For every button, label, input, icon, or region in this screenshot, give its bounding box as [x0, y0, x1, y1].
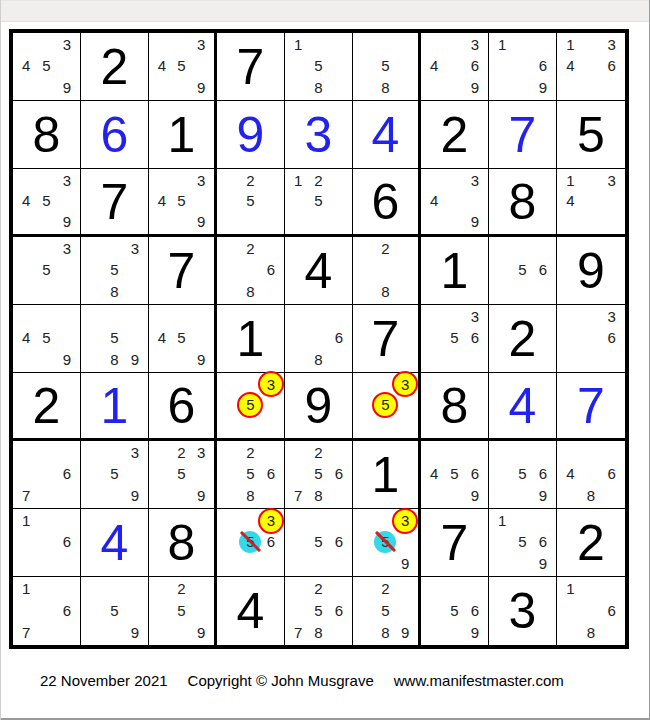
candidate-slot-2: [444, 34, 464, 55]
candidate-slot-7: [16, 553, 36, 574]
candidate-8: 8: [381, 625, 389, 640]
candidate-slot-9: 9: [125, 485, 145, 506]
candidate-5: 5: [110, 603, 118, 618]
candidate-slot-3: [57, 442, 77, 463]
candidate-1: 1: [566, 581, 574, 596]
candidate-slot-3: [329, 442, 349, 463]
candidate-slot-9: [601, 77, 622, 98]
candidate-slot-6: 6: [329, 600, 349, 622]
candidate-slot-6: [57, 259, 77, 280]
candidate-slot-6: 6: [465, 463, 485, 484]
candidate-slot-8: 8: [376, 77, 396, 98]
candidate-slot-1: 1: [288, 34, 308, 55]
candidate-slot-4: 4: [152, 327, 172, 348]
candidate-3: 3: [267, 377, 275, 392]
candidate-9: 9: [197, 214, 205, 229]
candidate-9: 9: [471, 625, 479, 640]
cell-r1c8[interactable]: 169: [489, 33, 557, 101]
candidate-slot-6: 6: [465, 327, 485, 348]
given-digit: 5: [557, 101, 625, 168]
candidate-slot-7: [16, 281, 36, 302]
candidate-6: 6: [607, 603, 615, 618]
cell-r1c4[interactable]: 7: [217, 33, 285, 101]
candidate-3: 3: [63, 173, 71, 188]
candidate-slot-2: [512, 510, 532, 531]
candidate-slot-8: [36, 349, 56, 370]
solved-digit: 1: [81, 373, 148, 438]
candidate-slot-1: [424, 34, 444, 55]
candidate-slot-8: [36, 621, 56, 643]
candidate-slot-3: [465, 578, 485, 600]
cell-r4c3[interactable]: 7: [149, 237, 217, 305]
candidate-1: 1: [498, 513, 506, 528]
candidate-slot-4: 4: [424, 463, 444, 484]
candidate-slot-7: [492, 553, 512, 574]
candidate-slot-5: [444, 55, 464, 76]
cell-r8c1[interactable]: 16: [13, 509, 81, 577]
candidate-8: 8: [381, 284, 389, 299]
cell-r6c4[interactable]: 35: [217, 373, 285, 441]
cell-r6c8[interactable]: 4: [489, 373, 557, 441]
cell-r6c5[interactable]: 9: [285, 373, 353, 441]
candidate-slot-7: [220, 415, 240, 436]
candidate-slot-9: [329, 211, 349, 232]
cell-r5c1[interactable]: 459: [13, 305, 81, 373]
candidate-slot-1: [356, 34, 376, 55]
cell-r3c9[interactable]: 134: [557, 169, 625, 237]
cell-r8c8[interactable]: 1569: [489, 509, 557, 577]
cell-r9c9[interactable]: 168: [557, 577, 625, 645]
candidate-slot-8: 8: [104, 281, 124, 302]
cell-r4c4[interactable]: 268: [217, 237, 285, 305]
cell-r9c7[interactable]: 569: [421, 577, 489, 645]
cell-r2c3[interactable]: 1: [149, 101, 217, 169]
candidate-slot-7: [560, 485, 581, 506]
candidate-slot-1: [84, 306, 104, 327]
candidate-2: 2: [246, 241, 254, 256]
candidate-grid: 349: [424, 170, 485, 232]
candidate-slot-4: [288, 191, 308, 212]
candidate-slot-4: 4: [424, 191, 444, 212]
candidate-slot-4: [560, 327, 581, 348]
cell-r2c9[interactable]: 5: [557, 101, 625, 169]
cell-r8c6[interactable]: 359: [353, 509, 421, 577]
candidate-2: 2: [314, 173, 322, 188]
candidate-slot-8: [172, 621, 192, 643]
candidate-9: 9: [471, 488, 479, 503]
candidate-8: 8: [314, 80, 322, 95]
candidate-slot-6: [395, 55, 415, 76]
candidate-slot-2: [104, 578, 124, 600]
candidate-slot-8: [172, 77, 192, 98]
candidate-slot-7: [220, 485, 240, 506]
candidate-slot-1: [152, 578, 172, 600]
candidate-slot-8: [36, 281, 56, 302]
candidate-slot-5: 5: [376, 395, 396, 416]
given-digit: 1: [217, 305, 284, 372]
candidate-6: 6: [267, 534, 275, 549]
cell-r3c1[interactable]: 3459: [13, 169, 81, 237]
candidate-slot-7: [560, 77, 581, 98]
candidate-slot-4: [288, 600, 308, 622]
cell-r4c9[interactable]: 9: [557, 237, 625, 305]
cell-r1c2[interactable]: 2: [81, 33, 149, 101]
candidate-slot-2: [308, 510, 328, 531]
cell-r6c7[interactable]: 8: [421, 373, 489, 441]
candidate-slot-4: 4: [16, 191, 36, 212]
candidate-slot-9: [601, 349, 622, 370]
cell-r8c3[interactable]: 8: [149, 509, 217, 577]
given-digit: 8: [13, 101, 80, 168]
given-digit: 9: [557, 237, 625, 304]
candidate-slot-8: [581, 211, 602, 232]
candidate-6: 6: [471, 330, 479, 345]
given-digit: 2: [421, 101, 488, 168]
given-digit: 4: [285, 237, 352, 304]
cell-r2c4[interactable]: 9: [217, 101, 285, 169]
candidate-3: 3: [131, 241, 139, 256]
given-digit: 8: [489, 169, 556, 234]
candidate-8: 8: [246, 284, 254, 299]
candidate-slot-1: [220, 374, 240, 395]
candidate-slot-2: [104, 306, 124, 327]
cell-r2c8[interactable]: 7: [489, 101, 557, 169]
candidate-slot-1: [560, 442, 581, 463]
cell-r8c2[interactable]: 4: [81, 509, 149, 577]
candidate-slot-3: [329, 578, 349, 600]
candidate-9: 9: [63, 352, 71, 367]
solved-digit: 7: [557, 373, 625, 438]
candidate-grid: 1346: [560, 34, 622, 98]
candidate-slot-7: [84, 485, 104, 506]
candidate-5: 5: [42, 330, 50, 345]
solved-digit: 4: [489, 373, 556, 438]
candidate-9: 9: [197, 80, 205, 95]
given-digit: 7: [421, 509, 488, 576]
candidate-grid: 2589: [356, 578, 415, 643]
candidate-8: 8: [381, 80, 389, 95]
candidate-grid: 36: [560, 306, 622, 370]
cell-r6c1[interactable]: 2: [13, 373, 81, 441]
candidate-grid: 169: [492, 34, 553, 98]
candidate-slot-9: [57, 553, 77, 574]
candidate-slot-6: [601, 191, 622, 212]
candidate-slot-3: [465, 442, 485, 463]
candidate-6: 6: [335, 603, 343, 618]
cell-r9c4[interactable]: 4: [217, 577, 285, 645]
cell-r3c2[interactable]: 7: [81, 169, 149, 237]
cell-r7c9[interactable]: 468: [557, 441, 625, 509]
candidate-slot-5: 5: [240, 531, 260, 552]
candidate-slot-6: [125, 327, 145, 348]
candidate-slot-2: 2: [308, 578, 328, 600]
given-digit: 2: [81, 33, 148, 100]
cell-r7c7[interactable]: 4569: [421, 441, 489, 509]
candidate-slot-7: [424, 349, 444, 370]
candidate-grid: 67: [16, 442, 77, 506]
candidate-2: 2: [314, 581, 322, 596]
candidate-8: 8: [246, 488, 254, 503]
candidate-slot-7: [492, 485, 512, 506]
cell-r9c6[interactable]: 2589: [353, 577, 421, 645]
candidate-5: 5: [450, 330, 458, 345]
candidate-slot-5: 5: [512, 463, 532, 484]
candidate-grid: 1569: [492, 510, 553, 574]
cell-r1c5[interactable]: 158: [285, 33, 353, 101]
candidate-slot-9: [261, 211, 281, 232]
candidate-slot-8: [172, 485, 192, 506]
candidate-5: 5: [246, 397, 254, 412]
candidate-1: 1: [22, 581, 30, 596]
candidate-slot-9: 9: [533, 485, 553, 506]
cell-r4c6[interactable]: 28: [353, 237, 421, 305]
cell-r5c3[interactable]: 459: [149, 305, 217, 373]
candidate-6: 6: [471, 466, 479, 481]
candidate-slot-7: [356, 553, 376, 574]
cell-r7c6[interactable]: 1: [353, 441, 421, 509]
candidate-4: 4: [158, 193, 166, 208]
candidate-slot-9: 9: [57, 77, 77, 98]
candidate-9: 9: [471, 80, 479, 95]
cell-r2c6[interactable]: 4: [353, 101, 421, 169]
cell-r5c8[interactable]: 2: [489, 305, 557, 373]
candidate-slot-6: 6: [329, 463, 349, 484]
cell-r7c4[interactable]: 2568: [217, 441, 285, 509]
cell-r7c8[interactable]: 569: [489, 441, 557, 509]
candidate-slot-3: [261, 238, 281, 259]
cell-r1c1[interactable]: 3459: [13, 33, 81, 101]
candidate-slot-5: 5: [240, 191, 260, 212]
candidate-3: 3: [471, 309, 479, 324]
candidate-3: 3: [63, 241, 71, 256]
cell-r8c5[interactable]: 56: [285, 509, 353, 577]
candidate-slot-2: [444, 442, 464, 463]
candidate-slot-3: [191, 306, 211, 327]
candidate-slot-9: 9: [395, 621, 415, 643]
candidate-slot-3: [57, 578, 77, 600]
candidate-slot-8: 8: [240, 485, 260, 506]
cell-r2c7[interactable]: 2: [421, 101, 489, 169]
candidate-slot-8: [104, 621, 124, 643]
candidate-slot-1: [220, 442, 240, 463]
candidate-slot-5: 5: [104, 259, 124, 280]
candidate-slot-5: 5: [444, 463, 464, 484]
cell-r6c2[interactable]: 1: [81, 373, 149, 441]
cell-r5c6[interactable]: 7: [353, 305, 421, 373]
candidate-slot-7: [424, 77, 444, 98]
candidate-slot-9: 9: [465, 621, 485, 643]
cell-r2c5[interactable]: 3: [285, 101, 353, 169]
candidate-slot-7: [84, 621, 104, 643]
cell-r7c1[interactable]: 67: [13, 441, 81, 509]
cell-r3c8[interactable]: 8: [489, 169, 557, 237]
given-digit: 7: [217, 33, 284, 100]
candidate-5: 5: [110, 466, 118, 481]
candidate-slot-4: 4: [560, 191, 581, 212]
candidate-5: 5: [177, 58, 185, 73]
cell-r1c7[interactable]: 3469: [421, 33, 489, 101]
candidate-3: 3: [607, 173, 615, 188]
candidate-slot-4: [16, 600, 36, 622]
candidate-slot-6: 6: [601, 55, 622, 76]
candidate-9: 9: [63, 214, 71, 229]
candidate-slot-3: 3: [465, 34, 485, 55]
candidate-slot-2: [376, 34, 396, 55]
candidate-slot-2: [444, 306, 464, 327]
cyan-circle-elimination: 5: [239, 531, 261, 553]
candidate-6: 6: [607, 330, 615, 345]
given-digit: 7: [353, 305, 418, 372]
candidate-slot-5: 5: [512, 531, 532, 552]
candidate-slot-2: [36, 34, 56, 55]
cell-r3c4[interactable]: 25: [217, 169, 285, 237]
sudoku-grid: 3459234597158583469169134686193427534597…: [9, 29, 629, 649]
candidate-slot-9: [601, 621, 622, 643]
candidate-slot-4: [356, 531, 376, 552]
candidate-slot-2: [512, 238, 532, 259]
candidate-slot-3: [601, 442, 622, 463]
candidate-5: 5: [314, 58, 322, 73]
given-digit: 8: [149, 509, 214, 576]
candidate-slot-3: [533, 510, 553, 531]
candidate-slot-1: [424, 442, 444, 463]
candidate-slot-5: 5: [308, 463, 328, 484]
cell-r6c6[interactable]: 35: [353, 373, 421, 441]
candidate-9: 9: [131, 625, 139, 640]
cell-r7c5[interactable]: 25678: [285, 441, 353, 509]
given-digit: 9: [285, 373, 352, 438]
candidate-4: 4: [22, 58, 30, 73]
solved-digit: 7: [489, 101, 556, 168]
candidate-slot-3: [329, 34, 349, 55]
candidate-6: 6: [63, 534, 71, 549]
given-digit: 7: [149, 237, 214, 304]
cell-r6c3[interactable]: 6: [149, 373, 217, 441]
cell-r9c5[interactable]: 25678: [285, 577, 353, 645]
candidate-6: 6: [539, 466, 547, 481]
candidate-slot-8: [581, 349, 602, 370]
cell-r4c8[interactable]: 56: [489, 237, 557, 305]
candidate-5: 5: [42, 58, 50, 73]
candidate-slot-8: 8: [376, 621, 396, 643]
cell-r6c9[interactable]: 7: [557, 373, 625, 441]
cell-r1c3[interactable]: 3459: [149, 33, 217, 101]
candidate-6: 6: [63, 603, 71, 618]
cell-r1c9[interactable]: 1346: [557, 33, 625, 101]
yellow-circle-highlight: 5: [237, 392, 263, 418]
solved-digit: 3: [285, 101, 352, 168]
given-digit: 6: [353, 169, 418, 234]
yellow-circle-highlight: 3: [392, 508, 418, 534]
cell-r8c4[interactable]: 356: [217, 509, 285, 577]
cell-r5c2[interactable]: 589: [81, 305, 149, 373]
candidate-slot-6: 6: [465, 55, 485, 76]
cell-r3c6[interactable]: 6: [353, 169, 421, 237]
cell-r5c4[interactable]: 1: [217, 305, 285, 373]
cell-r9c8[interactable]: 3: [489, 577, 557, 645]
candidate-4: 4: [22, 330, 30, 345]
candidate-slot-5: [581, 55, 602, 76]
candidate-slot-5: 5: [308, 600, 328, 622]
candidate-slot-9: 9: [125, 349, 145, 370]
candidate-slot-1: [220, 238, 240, 259]
cell-r3c7[interactable]: 349: [421, 169, 489, 237]
candidate-slot-2: 2: [240, 170, 260, 191]
candidate-grid: 168: [560, 578, 622, 643]
cell-r4c2[interactable]: 358: [81, 237, 149, 305]
given-digit: 2: [489, 305, 556, 372]
candidate-grid: 468: [560, 442, 622, 506]
candidate-slot-2: [581, 306, 602, 327]
given-digit: 3: [489, 577, 556, 645]
cell-r7c2[interactable]: 359: [81, 441, 149, 509]
candidate-slot-1: [288, 578, 308, 600]
cell-r9c3[interactable]: 259: [149, 577, 217, 645]
candidate-slot-7: [16, 349, 36, 370]
candidate-slot-9: [329, 349, 349, 370]
candidate-slot-3: 3: [57, 238, 77, 259]
candidate-slot-6: [125, 463, 145, 484]
candidate-grid: 35: [16, 238, 77, 302]
cell-r4c1[interactable]: 35: [13, 237, 81, 305]
cell-r7c3[interactable]: 2359: [149, 441, 217, 509]
cell-r4c7[interactable]: 1: [421, 237, 489, 305]
candidate-slot-4: [492, 463, 512, 484]
cell-r9c1[interactable]: 167: [13, 577, 81, 645]
candidate-slot-7: [152, 485, 172, 506]
cell-r2c1[interactable]: 8: [13, 101, 81, 169]
candidate-slot-6: [261, 191, 281, 212]
candidate-slot-7: [152, 621, 172, 643]
sudoku-page: 3459234597158583469169134686193427534597…: [0, 0, 650, 720]
candidate-slot-9: 9: [191, 621, 211, 643]
cell-r2c2[interactable]: 6: [81, 101, 149, 169]
candidate-slot-2: 2: [172, 442, 192, 463]
candidate-grid: 356: [220, 510, 281, 574]
cell-r3c3[interactable]: 3459: [149, 169, 217, 237]
candidate-9: 9: [401, 556, 409, 571]
cell-r5c7[interactable]: 356: [421, 305, 489, 373]
cell-r8c7[interactable]: 7: [421, 509, 489, 577]
cell-r8c9[interactable]: 2: [557, 509, 625, 577]
candidate-slot-7: [356, 77, 376, 98]
cell-r5c9[interactable]: 36: [557, 305, 625, 373]
candidate-slot-4: 4: [16, 55, 36, 76]
candidate-slot-3: 3: [191, 170, 211, 191]
candidate-5: 5: [314, 193, 322, 208]
cell-r1c6[interactable]: 58: [353, 33, 421, 101]
cell-r9c2[interactable]: 59: [81, 577, 149, 645]
candidate-slot-6: 6: [57, 463, 77, 484]
candidate-slot-8: [240, 415, 260, 436]
candidate-slot-5: 5: [308, 55, 328, 76]
candidate-5: 5: [314, 603, 322, 618]
cell-r3c5[interactable]: 125: [285, 169, 353, 237]
candidate-slot-3: [261, 170, 281, 191]
candidate-slot-5: 5: [512, 259, 532, 280]
candidate-slot-2: [36, 306, 56, 327]
cell-r5c5[interactable]: 68: [285, 305, 353, 373]
candidate-slot-5: 5: [376, 600, 396, 622]
candidate-slot-9: [533, 281, 553, 302]
candidate-5: 5: [381, 397, 389, 412]
candidate-grid: 459: [16, 306, 77, 370]
candidate-slot-9: [329, 553, 349, 574]
cell-r4c5[interactable]: 4: [285, 237, 353, 305]
candidate-slot-8: [36, 211, 56, 232]
candidate-slot-7: 7: [288, 485, 308, 506]
candidate-slot-1: 1: [492, 34, 512, 55]
